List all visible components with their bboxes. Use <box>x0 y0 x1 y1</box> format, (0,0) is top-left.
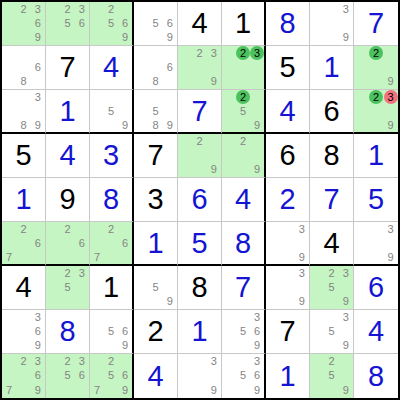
cell-r6c9[interactable]: 39 <box>354 222 398 266</box>
candidate-7 <box>310 339 324 353</box>
given-digit: 2 <box>134 310 177 353</box>
cell-r3c9[interactable]: 239 <box>354 90 398 134</box>
candidate-3: 3 <box>250 354 264 369</box>
cell-r7c9[interactable]: 6 <box>354 266 398 310</box>
candidate-4 <box>354 104 369 118</box>
candidate-2: 2 <box>192 46 206 60</box>
candidate-3 <box>207 134 221 148</box>
candidate-1 <box>310 266 324 280</box>
candidate-4 <box>178 369 192 384</box>
cell-r7c2[interactable]: 235 <box>46 266 90 310</box>
candidate-8 <box>16 250 30 264</box>
candidate-3: 3 <box>75 266 89 280</box>
candidate-grid: 259 <box>310 354 353 398</box>
candidate-2: 2 <box>324 266 338 280</box>
candidate-grid: 267 <box>90 222 132 264</box>
candidate-4 <box>178 148 192 162</box>
candidate-7 <box>46 383 60 398</box>
candidate-6 <box>250 148 264 162</box>
candidate-7 <box>222 383 236 398</box>
candidate-7 <box>134 295 148 309</box>
solved-digit: 4 <box>46 134 89 177</box>
candidate-6 <box>163 104 177 118</box>
cell-r7c5[interactable]: 8 <box>178 266 222 310</box>
cell-r5c4[interactable]: 3 <box>134 178 178 222</box>
candidate-7 <box>178 75 192 89</box>
candidate-7 <box>90 31 104 45</box>
candidate-1 <box>222 134 236 148</box>
candidate-7 <box>134 75 148 89</box>
candidate-3 <box>383 46 398 60</box>
candidate-2: 2 <box>104 354 118 369</box>
candidate-8 <box>104 31 118 45</box>
cell-r1c1[interactable]: 2369 <box>2 2 46 46</box>
candidate-2 <box>148 90 162 104</box>
cell-r8c3[interactable]: 569 <box>90 310 134 354</box>
candidate-8 <box>236 75 250 89</box>
candidate-3: 3 <box>339 310 353 324</box>
candidate-8 <box>148 31 162 45</box>
candidate-2: 2 <box>192 134 206 148</box>
cell-r2c4[interactable]: 68 <box>134 46 178 90</box>
candidate-8 <box>236 339 250 353</box>
cell-r5c7[interactable]: 2 <box>266 178 310 222</box>
solved-digit: 1 <box>2 178 45 221</box>
candidate-3: 3 <box>31 310 45 324</box>
candidate-3 <box>339 354 353 369</box>
candidate-grid: 259 <box>222 90 264 132</box>
candidate-9: 9 <box>31 383 45 398</box>
solved-digit: 2 <box>266 178 309 221</box>
cell-r5c6[interactable]: 4 <box>222 178 266 222</box>
candidate-8 <box>60 31 74 45</box>
candidate-grid: 2356 <box>46 2 89 45</box>
cell-r1c5[interactable]: 4 <box>178 2 222 46</box>
cell-r8c8[interactable]: 359 <box>310 310 354 354</box>
candidate-4 <box>134 280 148 294</box>
cell-r8c1[interactable]: 369 <box>2 310 46 354</box>
candidate-8 <box>236 163 250 177</box>
candidate-grid: 29 <box>222 134 264 177</box>
candidate-5: 5 <box>60 16 74 30</box>
given-digit: 7 <box>46 46 89 89</box>
candidate-grid: 235 <box>46 266 89 309</box>
cell-r4c9[interactable]: 1 <box>354 134 398 178</box>
cell-r7c6[interactable]: 7 <box>222 266 266 310</box>
candidate-2 <box>324 2 338 16</box>
candidate-7 <box>178 163 192 177</box>
candidate-3: 3 <box>295 266 309 280</box>
cell-r5c3[interactable]: 8 <box>90 178 134 222</box>
cell-r4c5[interactable]: 29 <box>178 134 222 178</box>
cell-r9c5[interactable]: 39 <box>178 354 222 398</box>
candidate-8: 8 <box>16 75 30 89</box>
candidate-9 <box>31 250 45 264</box>
candidate-6 <box>295 236 309 250</box>
candidate-5 <box>16 16 30 30</box>
candidate-1 <box>222 90 236 104</box>
candidate-7 <box>46 31 60 45</box>
given-digit: 6 <box>310 90 353 132</box>
candidate-2 <box>148 2 162 16</box>
given-digit: 5 <box>266 46 309 89</box>
candidate-3: 3 <box>207 46 221 60</box>
candidate-3 <box>163 266 177 280</box>
cell-r9c1[interactable]: 23679 <box>2 354 46 398</box>
candidate-6: 6 <box>75 369 89 384</box>
candidate-5 <box>104 236 118 250</box>
candidate-1 <box>46 266 60 280</box>
cell-r2c6[interactable]: 23 <box>222 46 266 90</box>
candidate-9: 9 <box>118 118 132 132</box>
cell-r6c6[interactable]: 8 <box>222 222 266 266</box>
candidate-5 <box>369 104 384 118</box>
candidate-8 <box>280 250 294 264</box>
candidate-5 <box>192 148 206 162</box>
cell-r9c3[interactable]: 25679 <box>90 354 134 398</box>
candidate-2 <box>192 354 206 369</box>
candidate-2 <box>236 310 250 324</box>
candidate-6: 6 <box>250 369 264 384</box>
candidate-circle-green: 2 <box>369 46 383 60</box>
candidate-2: 2 <box>60 2 74 16</box>
cell-r1c9[interactable]: 7 <box>354 2 398 46</box>
candidate-4 <box>178 60 192 74</box>
candidate-grid: 29 <box>354 46 398 89</box>
candidate-6: 6 <box>163 16 177 30</box>
given-digit: 5 <box>2 134 45 177</box>
cell-r8c9[interactable]: 4 <box>354 310 398 354</box>
candidate-6 <box>383 60 398 74</box>
candidate-2 <box>280 266 294 280</box>
candidate-3: 3 <box>383 222 398 236</box>
cell-r8c5[interactable]: 1 <box>178 310 222 354</box>
candidate-8 <box>16 339 30 353</box>
candidate-4 <box>2 104 16 118</box>
candidate-1 <box>178 134 192 148</box>
cell-r9c2[interactable]: 2356 <box>46 354 90 398</box>
cell-r1c8[interactable]: 39 <box>310 2 354 46</box>
candidate-1 <box>310 310 324 324</box>
candidate-4 <box>90 324 104 338</box>
candidate-grid: 359 <box>310 310 353 353</box>
candidate-4 <box>222 148 236 162</box>
cell-r1c7[interactable]: 8 <box>266 2 310 46</box>
candidate-2: 2 <box>16 222 30 236</box>
cell-r5c8[interactable]: 7 <box>310 178 354 222</box>
candidate-6 <box>339 16 353 30</box>
candidate-4 <box>354 236 369 250</box>
candidate-grid: 23 <box>222 46 264 89</box>
cell-r6c8[interactable]: 4 <box>310 222 354 266</box>
cell-r6c3[interactable]: 267 <box>90 222 134 266</box>
candidate-7 <box>222 339 236 353</box>
candidate-circle-green: 2 <box>236 90 250 104</box>
candidate-9: 9 <box>250 118 264 132</box>
candidate-6: 6 <box>163 60 177 74</box>
cell-r8c4[interactable]: 2 <box>134 310 178 354</box>
candidate-5 <box>280 236 294 250</box>
cell-r2c5[interactable]: 239 <box>178 46 222 90</box>
solved-digit: 4 <box>354 310 398 353</box>
candidate-6 <box>118 104 132 118</box>
candidate-7 <box>266 295 280 309</box>
candidate-2 <box>104 90 118 104</box>
cell-r6c7[interactable]: 39 <box>266 222 310 266</box>
candidate-7 <box>354 250 369 264</box>
solved-digit: 1 <box>266 354 309 398</box>
given-digit: 6 <box>266 134 309 177</box>
candidate-8 <box>104 383 118 398</box>
candidate-3 <box>118 310 132 324</box>
candidate-5: 5 <box>148 280 162 294</box>
cell-r5c2[interactable]: 9 <box>46 178 90 222</box>
cell-r7c8[interactable]: 2359 <box>310 266 354 310</box>
candidate-1 <box>90 354 104 369</box>
candidate-5 <box>324 16 338 30</box>
candidate-9: 9 <box>31 118 45 132</box>
candidate-grid: 59 <box>134 266 177 309</box>
candidate-7: 7 <box>90 250 104 264</box>
candidate-circle-green: 2 <box>236 46 250 60</box>
candidate-4 <box>134 60 148 74</box>
candidate-3: 3 <box>339 2 353 16</box>
solved-digit: 4 <box>134 354 177 398</box>
candidate-9 <box>75 31 89 45</box>
candidate-6 <box>250 104 264 118</box>
candidate-2 <box>16 310 30 324</box>
candidate-5: 5 <box>236 369 250 384</box>
candidate-7 <box>222 163 236 177</box>
candidate-grid: 68 <box>2 46 45 89</box>
candidate-2 <box>104 310 118 324</box>
candidate-grid: 589 <box>134 90 177 132</box>
candidate-2 <box>236 354 250 369</box>
candidate-6: 6 <box>118 369 132 384</box>
candidate-9: 9 <box>250 339 264 353</box>
cell-r8c7[interactable]: 7 <box>266 310 310 354</box>
candidate-5 <box>236 60 250 74</box>
candidate-2: 2 <box>369 46 384 60</box>
cell-r2c2[interactable]: 7 <box>46 46 90 90</box>
given-digit: 7 <box>134 134 177 177</box>
candidate-grid: 267 <box>2 222 45 264</box>
candidate-8: 8 <box>148 118 162 132</box>
candidate-1 <box>354 46 369 60</box>
cell-r9c9[interactable]: 8 <box>354 354 398 398</box>
candidate-1 <box>310 2 324 16</box>
cell-r3c7[interactable]: 4 <box>266 90 310 134</box>
candidate-3 <box>250 134 264 148</box>
candidate-2: 2 <box>236 90 250 104</box>
cell-r9c4[interactable]: 4 <box>134 354 178 398</box>
candidate-9: 9 <box>339 339 353 353</box>
candidate-grid: 2359 <box>310 266 353 309</box>
candidate-1 <box>2 90 16 104</box>
cell-r1c2[interactable]: 2356 <box>46 2 90 46</box>
cell-r2c9[interactable]: 29 <box>354 46 398 90</box>
cell-r3c5[interactable]: 7 <box>178 90 222 134</box>
candidate-grid: 39 <box>266 222 309 264</box>
candidate-7 <box>46 250 60 264</box>
cell-r7c3[interactable]: 1 <box>90 266 134 310</box>
solved-digit: 7 <box>354 2 398 45</box>
cell-r5c9[interactable]: 5 <box>354 178 398 222</box>
cell-r4c3[interactable]: 3 <box>90 134 134 178</box>
candidate-6 <box>207 148 221 162</box>
candidate-1 <box>90 2 104 16</box>
candidate-1 <box>2 2 16 16</box>
given-digit: 7 <box>266 310 309 353</box>
candidate-grid: 2569 <box>90 2 132 45</box>
candidate-2: 2 <box>324 354 338 369</box>
candidate-8 <box>324 295 338 309</box>
candidate-3: 3 <box>31 90 45 104</box>
cell-r6c4[interactable]: 1 <box>134 222 178 266</box>
candidate-3: 3 <box>207 354 221 369</box>
candidate-4 <box>2 236 16 250</box>
candidate-3 <box>118 90 132 104</box>
cell-r6c2[interactable]: 26 <box>46 222 90 266</box>
candidate-3 <box>163 46 177 60</box>
candidate-8 <box>324 339 338 353</box>
candidate-7 <box>134 31 148 45</box>
candidate-3: 3 <box>75 354 89 369</box>
cell-r1c4[interactable]: 569 <box>134 2 178 46</box>
cell-r4c6[interactable]: 29 <box>222 134 266 178</box>
candidate-6 <box>31 104 45 118</box>
candidate-circle-red: 3 <box>384 90 398 104</box>
candidate-3 <box>75 222 89 236</box>
sudoku-board: 2369235625695694183976874682392351293891… <box>0 0 400 400</box>
candidate-8 <box>16 31 30 45</box>
candidate-1 <box>222 46 236 60</box>
candidate-4 <box>2 324 16 338</box>
candidate-5: 5 <box>60 280 74 294</box>
candidate-3: 3 <box>383 90 398 104</box>
cell-r9c6[interactable]: 3569 <box>222 354 266 398</box>
cell-r2c3[interactable]: 4 <box>90 46 134 90</box>
candidate-3 <box>163 2 177 16</box>
cell-r3c2[interactable]: 1 <box>46 90 90 134</box>
cell-r2c1[interactable]: 68 <box>2 46 46 90</box>
candidate-6: 6 <box>31 324 45 338</box>
candidate-9: 9 <box>207 75 221 89</box>
candidate-7 <box>134 118 148 132</box>
candidate-5 <box>236 148 250 162</box>
cell-r9c7[interactable]: 1 <box>266 354 310 398</box>
candidate-1 <box>2 46 16 60</box>
solved-digit: 6 <box>354 266 398 309</box>
candidate-3: 3 <box>31 2 45 16</box>
cell-r8c6[interactable]: 3569 <box>222 310 266 354</box>
candidate-grid: 3569 <box>222 354 264 398</box>
cell-r9c8[interactable]: 259 <box>310 354 354 398</box>
cell-r2c7[interactable]: 5 <box>266 46 310 90</box>
cell-r6c1[interactable]: 267 <box>2 222 46 266</box>
candidate-9: 9 <box>163 295 177 309</box>
candidate-2 <box>324 310 338 324</box>
solved-digit: 4 <box>266 90 309 132</box>
given-digit: 1 <box>90 266 132 309</box>
candidate-5: 5 <box>148 104 162 118</box>
candidate-6 <box>207 369 221 384</box>
candidate-6 <box>339 369 353 384</box>
candidate-grid: 569 <box>134 2 177 45</box>
candidate-grid: 569 <box>90 310 132 353</box>
cell-r7c1[interactable]: 4 <box>2 266 46 310</box>
cell-r5c5[interactable]: 6 <box>178 178 222 222</box>
candidate-9: 9 <box>250 383 264 398</box>
cell-r2c8[interactable]: 1 <box>310 46 354 90</box>
candidate-6: 6 <box>31 236 45 250</box>
candidate-5 <box>280 280 294 294</box>
candidate-9: 9 <box>339 295 353 309</box>
candidate-4 <box>134 104 148 118</box>
candidate-4 <box>46 369 60 384</box>
cell-r4c2[interactable]: 4 <box>46 134 90 178</box>
candidate-3 <box>31 46 45 60</box>
candidate-5 <box>16 369 30 384</box>
cell-r4c4[interactable]: 7 <box>134 134 178 178</box>
cell-r6c5[interactable]: 5 <box>178 222 222 266</box>
candidate-4 <box>134 16 148 30</box>
candidate-2 <box>16 90 30 104</box>
cell-r3c6[interactable]: 259 <box>222 90 266 134</box>
candidate-8 <box>16 383 30 398</box>
candidate-9 <box>250 75 264 89</box>
solved-digit: 6 <box>178 178 221 221</box>
cell-r3c1[interactable]: 389 <box>2 90 46 134</box>
candidate-1 <box>134 2 148 16</box>
cell-r1c6[interactable]: 1 <box>222 2 266 46</box>
candidate-1 <box>222 354 236 369</box>
candidate-7 <box>46 295 60 309</box>
candidate-7 <box>354 75 369 89</box>
solved-digit: 5 <box>178 222 221 264</box>
given-digit: 1 <box>222 2 264 45</box>
cell-r3c4[interactable]: 589 <box>134 90 178 134</box>
candidate-9 <box>75 295 89 309</box>
solved-digit: 1 <box>178 310 221 353</box>
candidate-6 <box>339 324 353 338</box>
cell-r7c4[interactable]: 59 <box>134 266 178 310</box>
candidate-8 <box>192 163 206 177</box>
cell-r3c8[interactable]: 6 <box>310 90 354 134</box>
candidate-6: 6 <box>31 369 45 384</box>
cell-r7c7[interactable]: 39 <box>266 266 310 310</box>
candidate-4 <box>222 104 236 118</box>
candidate-7 <box>222 118 236 132</box>
cell-r3c3[interactable]: 59 <box>90 90 134 134</box>
cell-r8c2[interactable]: 8 <box>46 310 90 354</box>
candidate-4 <box>354 60 369 74</box>
candidate-3 <box>118 354 132 369</box>
cell-r4c7[interactable]: 6 <box>266 134 310 178</box>
candidate-6: 6 <box>75 236 89 250</box>
candidate-3: 3 <box>250 46 264 60</box>
candidate-9: 9 <box>295 250 309 264</box>
candidate-9: 9 <box>383 75 398 89</box>
cell-r5c1[interactable]: 1 <box>2 178 46 222</box>
candidate-4 <box>90 104 104 118</box>
cell-r4c8[interactable]: 8 <box>310 134 354 178</box>
candidate-1 <box>178 354 192 369</box>
cell-r1c3[interactable]: 2569 <box>90 2 134 46</box>
cell-r4c1[interactable]: 5 <box>2 134 46 178</box>
candidate-1 <box>2 222 16 236</box>
solved-digit: 8 <box>46 310 89 353</box>
